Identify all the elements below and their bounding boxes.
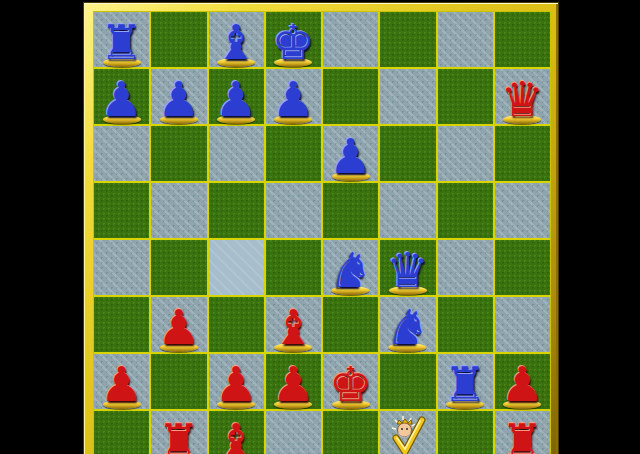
square-d1[interactable] xyxy=(266,411,321,454)
piece-blue-pawn[interactable]: ♟ xyxy=(94,75,149,123)
square-h3[interactable] xyxy=(495,297,550,352)
square-f1[interactable] xyxy=(380,411,435,454)
square-d5[interactable] xyxy=(266,183,321,238)
square-a2[interactable]: ♟ xyxy=(94,354,149,409)
square-a6[interactable] xyxy=(94,126,149,181)
square-b8[interactable] xyxy=(151,12,206,67)
square-a7[interactable]: ♟ xyxy=(94,69,149,124)
square-a8[interactable]: ♜ xyxy=(94,12,149,67)
square-h7[interactable]: ♛ xyxy=(495,69,550,124)
square-c1[interactable]: ♝ xyxy=(209,411,264,454)
piece-blue-pawn[interactable]: ♟ xyxy=(323,132,378,180)
square-f4[interactable]: ♛ xyxy=(380,240,435,295)
square-d3[interactable]: ♝ xyxy=(266,297,321,352)
square-b6[interactable] xyxy=(151,126,206,181)
piece-red-pawn[interactable]: ♟ xyxy=(151,303,206,351)
game-screen: ♜♝♚♟♟♟♟♛♟♞♛♟♝♞♟♟♟♚♜♟♜♝ ♜ xyxy=(0,0,640,454)
square-g1[interactable] xyxy=(438,411,493,454)
square-g7[interactable] xyxy=(438,69,493,124)
piece-blue-pawn[interactable]: ♟ xyxy=(209,75,264,123)
square-c6[interactable] xyxy=(209,126,264,181)
square-d4[interactable] xyxy=(266,240,321,295)
square-e3[interactable] xyxy=(323,297,378,352)
square-e1[interactable] xyxy=(323,411,378,454)
square-b3[interactable]: ♟ xyxy=(151,297,206,352)
square-a3[interactable] xyxy=(94,297,149,352)
piece-blue-knight[interactable]: ♞ xyxy=(380,303,435,351)
piece-red-king[interactable]: ♚ xyxy=(323,360,378,408)
square-g4[interactable] xyxy=(438,240,493,295)
square-a5[interactable] xyxy=(94,183,149,238)
square-e5[interactable] xyxy=(323,183,378,238)
square-a1[interactable] xyxy=(94,411,149,454)
piece-blue-rook[interactable]: ♜ xyxy=(438,360,493,408)
square-a4[interactable] xyxy=(94,240,149,295)
square-f5[interactable] xyxy=(380,183,435,238)
square-g2[interactable]: ♜ xyxy=(438,354,493,409)
square-h8[interactable] xyxy=(495,12,550,67)
square-b5[interactable] xyxy=(151,183,206,238)
board-frame: ♜♝♚♟♟♟♟♛♟♞♛♟♝♞♟♟♟♚♜♟♜♝ ♜ xyxy=(83,2,559,454)
piece-red-pawn[interactable]: ♟ xyxy=(94,360,149,408)
piece-red-rook[interactable]: ♜ xyxy=(495,417,550,454)
square-b4[interactable] xyxy=(151,240,206,295)
square-g3[interactable] xyxy=(438,297,493,352)
piece-blue-pawn[interactable]: ♟ xyxy=(266,75,321,123)
square-c5[interactable] xyxy=(209,183,264,238)
piece-red-bishop[interactable]: ♝ xyxy=(266,303,321,351)
square-c7[interactable]: ♟ xyxy=(209,69,264,124)
piece-blue-bishop[interactable]: ♝ xyxy=(209,18,264,66)
square-f7[interactable] xyxy=(380,69,435,124)
square-f2[interactable] xyxy=(380,354,435,409)
square-d8[interactable]: ♚ xyxy=(266,12,321,67)
piece-blue-knight[interactable]: ♞ xyxy=(323,246,378,294)
piece-red-rook[interactable]: ♜ xyxy=(151,417,206,454)
piece-red-queen[interactable]: ♛ xyxy=(495,75,550,123)
chess-board[interactable]: ♜♝♚♟♟♟♟♛♟♞♛♟♝♞♟♟♟♚♜♟♜♝ ♜ xyxy=(93,11,551,454)
piece-red-pawn[interactable]: ♟ xyxy=(209,360,264,408)
square-e2[interactable]: ♚ xyxy=(323,354,378,409)
square-g5[interactable] xyxy=(438,183,493,238)
square-h5[interactable] xyxy=(495,183,550,238)
square-f6[interactable] xyxy=(380,126,435,181)
piece-blue-rook[interactable]: ♜ xyxy=(94,18,149,66)
square-b7[interactable]: ♟ xyxy=(151,69,206,124)
square-d2[interactable]: ♟ xyxy=(266,354,321,409)
piece-blue-pawn[interactable]: ♟ xyxy=(151,75,206,123)
square-h6[interactable] xyxy=(495,126,550,181)
piece-red-pawn[interactable]: ♟ xyxy=(495,360,550,408)
piece-red-pawn[interactable]: ♟ xyxy=(266,360,321,408)
square-g8[interactable] xyxy=(438,12,493,67)
square-e4[interactable]: ♞ xyxy=(323,240,378,295)
square-b1[interactable]: ♜ xyxy=(151,411,206,454)
square-b2[interactable] xyxy=(151,354,206,409)
square-g6[interactable] xyxy=(438,126,493,181)
square-f3[interactable]: ♞ xyxy=(380,297,435,352)
square-e8[interactable] xyxy=(323,12,378,67)
square-d7[interactable]: ♟ xyxy=(266,69,321,124)
piece-red-bishop[interactable]: ♝ xyxy=(209,417,264,454)
square-c3[interactable] xyxy=(209,297,264,352)
square-c2[interactable]: ♟ xyxy=(209,354,264,409)
square-d6[interactable] xyxy=(266,126,321,181)
king-check-cursor-icon[interactable] xyxy=(389,414,427,454)
square-e7[interactable] xyxy=(323,69,378,124)
piece-blue-king[interactable]: ♚ xyxy=(266,18,321,66)
piece-blue-queen[interactable]: ♛ xyxy=(380,246,435,294)
square-h2[interactable]: ♟ xyxy=(495,354,550,409)
square-e6[interactable]: ♟ xyxy=(323,126,378,181)
square-c8[interactable]: ♝ xyxy=(209,12,264,67)
square-h4[interactable] xyxy=(495,240,550,295)
square-f8[interactable] xyxy=(380,12,435,67)
square-c4[interactable] xyxy=(209,240,264,295)
square-h1[interactable]: ♜ xyxy=(495,411,550,454)
